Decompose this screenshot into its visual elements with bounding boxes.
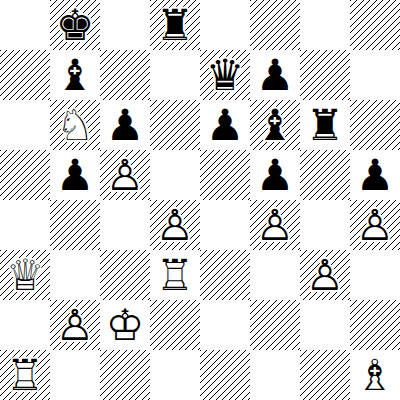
- square-e5[interactable]: [200, 150, 250, 200]
- white-rook[interactable]: ♜♖: [0, 350, 50, 400]
- square-a3[interactable]: ♛♕: [0, 250, 50, 300]
- black-queen[interactable]: ♛♛: [200, 50, 250, 100]
- white-pawn-glyph: ♙: [350, 200, 400, 250]
- black-bishop[interactable]: ♝♝: [250, 100, 300, 150]
- square-d7[interactable]: [150, 50, 200, 100]
- square-d5[interactable]: [150, 150, 200, 200]
- white-pawn-glyph: ♙: [150, 200, 200, 250]
- black-pawn-glyph: ♟: [350, 150, 400, 200]
- white-knight-glyph: ♘: [50, 100, 100, 150]
- black-pawn-glyph: ♟: [200, 100, 250, 150]
- black-bishop-glyph: ♝: [50, 50, 100, 100]
- square-c5[interactable]: ♟♙: [100, 150, 150, 200]
- black-pawn[interactable]: ♟♟: [250, 50, 300, 100]
- square-e2[interactable]: [200, 300, 250, 350]
- square-f3[interactable]: [250, 250, 300, 300]
- white-pawn[interactable]: ♟♙: [300, 250, 350, 300]
- square-b8[interactable]: ♚♚: [50, 0, 100, 50]
- white-pawn[interactable]: ♟♙: [350, 200, 400, 250]
- square-d2[interactable]: [150, 300, 200, 350]
- white-rook-glyph: ♖: [150, 250, 200, 300]
- square-c4[interactable]: [100, 200, 150, 250]
- white-pawn[interactable]: ♟♙: [150, 200, 200, 250]
- white-pawn-glyph: ♙: [250, 200, 300, 250]
- square-g3[interactable]: ♟♙: [300, 250, 350, 300]
- square-g6[interactable]: ♜♜: [300, 100, 350, 150]
- black-pawn[interactable]: ♟♟: [200, 100, 250, 150]
- square-e8[interactable]: [200, 0, 250, 50]
- black-king-glyph: ♚: [50, 0, 100, 50]
- square-h7[interactable]: [350, 50, 400, 100]
- square-f6[interactable]: ♝♝: [250, 100, 300, 150]
- square-e3[interactable]: [200, 250, 250, 300]
- square-b7[interactable]: ♝♝: [50, 50, 100, 100]
- square-g8[interactable]: [300, 0, 350, 50]
- square-f2[interactable]: [250, 300, 300, 350]
- square-h5[interactable]: ♟♟: [350, 150, 400, 200]
- square-h4[interactable]: ♟♙: [350, 200, 400, 250]
- square-h8[interactable]: [350, 0, 400, 50]
- square-f5[interactable]: ♟♟: [250, 150, 300, 200]
- white-pawn[interactable]: ♟♙: [100, 150, 150, 200]
- square-c8[interactable]: [100, 0, 150, 50]
- square-a7[interactable]: [0, 50, 50, 100]
- white-king[interactable]: ♚♔: [100, 300, 150, 350]
- black-pawn[interactable]: ♟♟: [350, 150, 400, 200]
- square-h3[interactable]: [350, 250, 400, 300]
- black-pawn-glyph: ♟: [50, 150, 100, 200]
- square-b5[interactable]: ♟♟: [50, 150, 100, 200]
- square-a8[interactable]: [0, 0, 50, 50]
- square-b4[interactable]: [50, 200, 100, 250]
- square-f1[interactable]: [250, 350, 300, 400]
- white-pawn-glyph: ♙: [50, 300, 100, 350]
- square-f7[interactable]: ♟♟: [250, 50, 300, 100]
- black-bishop[interactable]: ♝♝: [50, 50, 100, 100]
- square-d3[interactable]: ♜♖: [150, 250, 200, 300]
- square-e4[interactable]: [200, 200, 250, 250]
- square-c3[interactable]: [100, 250, 150, 300]
- square-g1[interactable]: [300, 350, 350, 400]
- black-queen-glyph: ♛: [200, 50, 250, 100]
- white-queen-glyph: ♕: [0, 250, 50, 300]
- square-a1[interactable]: ♜♖: [0, 350, 50, 400]
- black-pawn-glyph: ♟: [250, 50, 300, 100]
- square-h6[interactable]: [350, 100, 400, 150]
- square-a5[interactable]: [0, 150, 50, 200]
- square-b6[interactable]: ♞♘: [50, 100, 100, 150]
- square-e6[interactable]: ♟♟: [200, 100, 250, 150]
- square-a4[interactable]: [0, 200, 50, 250]
- black-rook-glyph: ♜: [300, 100, 350, 150]
- white-knight[interactable]: ♞♘: [50, 100, 100, 150]
- white-pawn[interactable]: ♟♙: [50, 300, 100, 350]
- white-rook-glyph: ♖: [0, 350, 50, 400]
- black-rook-glyph: ♜: [150, 0, 200, 50]
- black-king[interactable]: ♚♚: [50, 0, 100, 50]
- square-d6[interactable]: [150, 100, 200, 150]
- square-a2[interactable]: [0, 300, 50, 350]
- square-d4[interactable]: ♟♙: [150, 200, 200, 250]
- square-c7[interactable]: [100, 50, 150, 100]
- black-bishop-glyph: ♝: [250, 100, 300, 150]
- square-f4[interactable]: ♟♙: [250, 200, 300, 250]
- square-b1[interactable]: [50, 350, 100, 400]
- black-pawn[interactable]: ♟♟: [100, 100, 150, 150]
- square-b3[interactable]: [50, 250, 100, 300]
- square-c1[interactable]: [100, 350, 150, 400]
- black-pawn[interactable]: ♟♟: [50, 150, 100, 200]
- square-e7[interactable]: ♛♛: [200, 50, 250, 100]
- square-a6[interactable]: [0, 100, 50, 150]
- white-pawn-glyph: ♙: [100, 150, 150, 200]
- white-queen[interactable]: ♛♕: [0, 250, 50, 300]
- black-pawn[interactable]: ♟♟: [250, 150, 300, 200]
- chess-board: ♚♚♜♜♝♝♛♛♟♟♞♘♟♟♟♟♝♝♜♜♟♟♟♙♟♟♟♟♟♙♟♙♟♙♛♕♜♖♟♙…: [0, 0, 400, 400]
- square-g4[interactable]: [300, 200, 350, 250]
- square-c6[interactable]: ♟♟: [100, 100, 150, 150]
- black-pawn-glyph: ♟: [100, 100, 150, 150]
- white-bishop[interactable]: ♝♗: [350, 350, 400, 400]
- black-rook[interactable]: ♜♜: [150, 0, 200, 50]
- square-h2[interactable]: [350, 300, 400, 350]
- white-pawn[interactable]: ♟♙: [250, 200, 300, 250]
- square-d1[interactable]: [150, 350, 200, 400]
- square-f8[interactable]: [250, 0, 300, 50]
- white-pawn-glyph: ♙: [300, 250, 350, 300]
- white-king-glyph: ♔: [100, 300, 150, 350]
- square-d8[interactable]: ♜♜: [150, 0, 200, 50]
- black-rook[interactable]: ♜♜: [300, 100, 350, 150]
- square-g7[interactable]: [300, 50, 350, 100]
- square-g5[interactable]: [300, 150, 350, 200]
- square-h1[interactable]: ♝♗: [350, 350, 400, 400]
- white-bishop-glyph: ♗: [350, 350, 400, 400]
- white-rook[interactable]: ♜♖: [150, 250, 200, 300]
- square-g2[interactable]: [300, 300, 350, 350]
- black-pawn-glyph: ♟: [250, 150, 300, 200]
- square-c2[interactable]: ♚♔: [100, 300, 150, 350]
- square-e1[interactable]: [200, 350, 250, 400]
- square-b2[interactable]: ♟♙: [50, 300, 100, 350]
